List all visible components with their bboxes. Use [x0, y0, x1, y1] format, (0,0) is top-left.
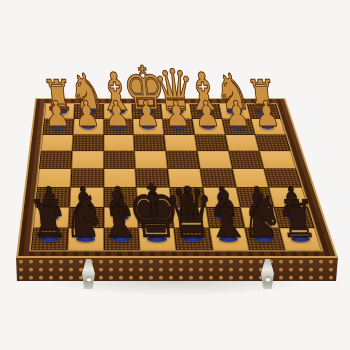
clasp-hole	[265, 276, 270, 281]
board-scene: ♜♞♝♚♛♝♞♜♟♟♟♟♟♟♟♟♟♟♟♟♟♟♟♟♜♞♝♚♛♝♞♜	[0, 0, 350, 350]
clasp-hole	[86, 276, 91, 281]
piece-white-pawn: ♟	[162, 97, 191, 132]
metal-clasp-left	[82, 259, 95, 289]
clasp-tongue	[261, 259, 274, 289]
piece-white-pawn: ♟	[132, 97, 161, 132]
piece-white-pawn: ♟	[192, 97, 221, 132]
product-photo-stage: ♜♞♝♚♛♝♞♜♟♟♟♟♟♟♟♟♟♟♟♟♟♟♟♟♜♞♝♚♛♝♞♜	[0, 0, 350, 350]
piece-white-pawn: ♟	[72, 97, 101, 132]
piece-white-pawn: ♟	[102, 97, 131, 132]
piece-white-pawn: ♟	[252, 97, 281, 132]
piece-white-pawn: ♟	[42, 97, 71, 132]
box-front-edge	[16, 256, 338, 281]
pieces-layer: ♜♞♝♚♛♝♞♜♟♟♟♟♟♟♟♟♟♟♟♟♟♟♟♟♜♞♝♚♛♝♞♜	[0, 0, 350, 350]
clasp-tongue	[82, 259, 95, 289]
piece-black-rook: ♜	[277, 194, 320, 246]
metal-clasp-right	[261, 259, 274, 289]
piece-white-pawn: ♟	[222, 97, 251, 132]
